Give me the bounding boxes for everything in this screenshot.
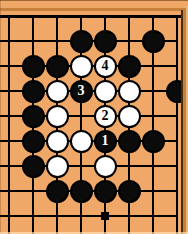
stone-black-move-1: 1 bbox=[94, 130, 117, 153]
stone-black bbox=[46, 180, 69, 203]
stone-white bbox=[118, 80, 141, 103]
stone-white bbox=[94, 155, 117, 178]
stone-black bbox=[94, 180, 117, 203]
board-bevel-top bbox=[0, 8, 186, 11]
stone-black bbox=[22, 80, 45, 103]
stone-white-move-2: 2 bbox=[94, 105, 117, 128]
stone-white bbox=[46, 105, 69, 128]
stone-black bbox=[94, 30, 117, 53]
move-number-label: 4 bbox=[102, 59, 109, 73]
stone-white bbox=[70, 55, 93, 78]
stone-white bbox=[46, 80, 69, 103]
stone-black bbox=[142, 130, 165, 153]
stone-black bbox=[46, 55, 69, 78]
stone-black bbox=[118, 55, 141, 78]
stone-black bbox=[70, 30, 93, 53]
stone-white bbox=[94, 80, 117, 103]
stone-black bbox=[22, 55, 45, 78]
stone-white bbox=[118, 105, 141, 128]
stone-white bbox=[46, 130, 69, 153]
grid-line-vertical bbox=[176, 15, 178, 234]
stone-white bbox=[70, 130, 93, 153]
grid-line-horizontal bbox=[0, 215, 178, 217]
star-point bbox=[101, 212, 109, 220]
top-crop-edge bbox=[0, 0, 188, 1]
stone-black bbox=[70, 180, 93, 203]
board-bevel-right-light bbox=[186, 6, 188, 234]
stone-black bbox=[22, 155, 45, 178]
stone-white bbox=[46, 155, 69, 178]
left-crop-edge bbox=[0, 0, 1, 234]
grid-line-vertical bbox=[8, 15, 10, 234]
stone-white-move-4: 4 bbox=[94, 55, 117, 78]
stone-black bbox=[22, 105, 45, 128]
stone-black bbox=[142, 30, 165, 53]
go-board[interactable]: 4321 bbox=[0, 0, 188, 234]
move-number-label: 1 bbox=[102, 134, 109, 148]
stone-black bbox=[22, 130, 45, 153]
move-number-label: 3 bbox=[78, 84, 85, 98]
move-number-label: 2 bbox=[102, 109, 109, 123]
stone-black bbox=[118, 180, 141, 203]
stone-black-move-3: 3 bbox=[70, 80, 93, 103]
board-edge-line-top bbox=[0, 15, 183, 18]
bottom-crop-edge bbox=[0, 232, 188, 234]
stone-black bbox=[118, 130, 141, 153]
